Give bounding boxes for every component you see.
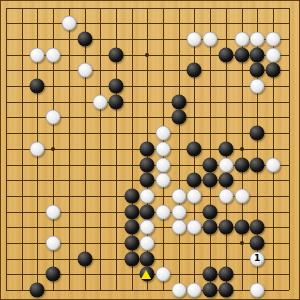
black-stone <box>218 283 233 298</box>
white-stone <box>187 188 202 203</box>
white-stone <box>250 79 265 94</box>
black-stone <box>46 267 61 282</box>
white-stone <box>187 31 202 46</box>
white-stone <box>30 141 45 156</box>
white-stone <box>46 110 61 125</box>
grid-line <box>6 290 289 291</box>
white-stone <box>156 157 171 172</box>
black-stone <box>218 47 233 62</box>
black-stone <box>250 47 265 62</box>
black-stone <box>77 251 92 266</box>
white-stone <box>171 188 186 203</box>
white-stone <box>234 31 249 46</box>
white-stone <box>250 283 265 298</box>
black-stone <box>218 141 233 156</box>
white-stone <box>156 267 171 282</box>
black-stone <box>140 251 155 266</box>
black-stone <box>140 173 155 188</box>
black-stone <box>187 141 202 156</box>
white-stone <box>156 126 171 141</box>
star-point <box>51 147 55 151</box>
black-stone <box>140 141 155 156</box>
white-stone <box>140 188 155 203</box>
white-stone <box>171 283 186 298</box>
white-stone <box>265 47 280 62</box>
white-stone <box>140 236 155 251</box>
black-stone <box>30 79 45 94</box>
grid-line <box>289 8 290 291</box>
white-stone <box>218 157 233 172</box>
go-board[interactable]: 1 <box>0 0 300 300</box>
black-stone <box>187 173 202 188</box>
white-stone <box>171 220 186 235</box>
black-stone <box>108 94 123 109</box>
white-stone <box>156 141 171 156</box>
black-stone <box>187 63 202 78</box>
move-number-label: 1 <box>250 251 265 266</box>
white-stone <box>61 16 76 31</box>
black-stone <box>171 110 186 125</box>
black-stone <box>250 63 265 78</box>
white-stone <box>265 31 280 46</box>
black-stone <box>108 47 123 62</box>
white-stone <box>265 157 280 172</box>
star-point <box>240 147 244 151</box>
white-stone <box>171 204 186 219</box>
black-stone <box>234 220 249 235</box>
white-stone <box>156 173 171 188</box>
grid-line <box>210 8 211 291</box>
grid-line <box>179 8 180 291</box>
white-stone <box>46 47 61 62</box>
black-stone <box>218 220 233 235</box>
black-stone <box>30 283 45 298</box>
black-stone <box>218 267 233 282</box>
white-stone <box>46 236 61 251</box>
black-stone <box>203 173 218 188</box>
white-stone <box>93 94 108 109</box>
black-stone <box>250 220 265 235</box>
black-stone <box>203 220 218 235</box>
black-stone <box>250 157 265 172</box>
white-stone <box>30 47 45 62</box>
black-stone <box>108 79 123 94</box>
black-stone <box>203 283 218 298</box>
black-stone <box>203 204 218 219</box>
black-stone <box>203 157 218 172</box>
black-stone <box>234 157 249 172</box>
black-stone <box>234 47 249 62</box>
black-stone <box>250 236 265 251</box>
star-point <box>240 241 244 245</box>
white-stone <box>250 31 265 46</box>
white-stone <box>234 188 249 203</box>
black-stone <box>124 188 139 203</box>
white-stone <box>187 283 202 298</box>
black-stone <box>140 157 155 172</box>
white-stone <box>218 188 233 203</box>
white-stone <box>46 204 61 219</box>
black-stone <box>265 63 280 78</box>
white-stone <box>156 204 171 219</box>
last-move-triangle-marker <box>141 270 151 279</box>
black-stone <box>124 251 139 266</box>
white-stone <box>77 63 92 78</box>
star-point <box>145 53 149 57</box>
black-stone <box>171 94 186 109</box>
black-stone <box>77 31 92 46</box>
white-stone <box>203 31 218 46</box>
black-stone <box>140 204 155 219</box>
black-stone <box>218 173 233 188</box>
black-stone <box>124 220 139 235</box>
black-stone <box>203 267 218 282</box>
black-stone <box>124 236 139 251</box>
black-stone <box>124 204 139 219</box>
black-stone <box>250 126 265 141</box>
white-stone <box>140 220 155 235</box>
white-stone <box>187 220 202 235</box>
